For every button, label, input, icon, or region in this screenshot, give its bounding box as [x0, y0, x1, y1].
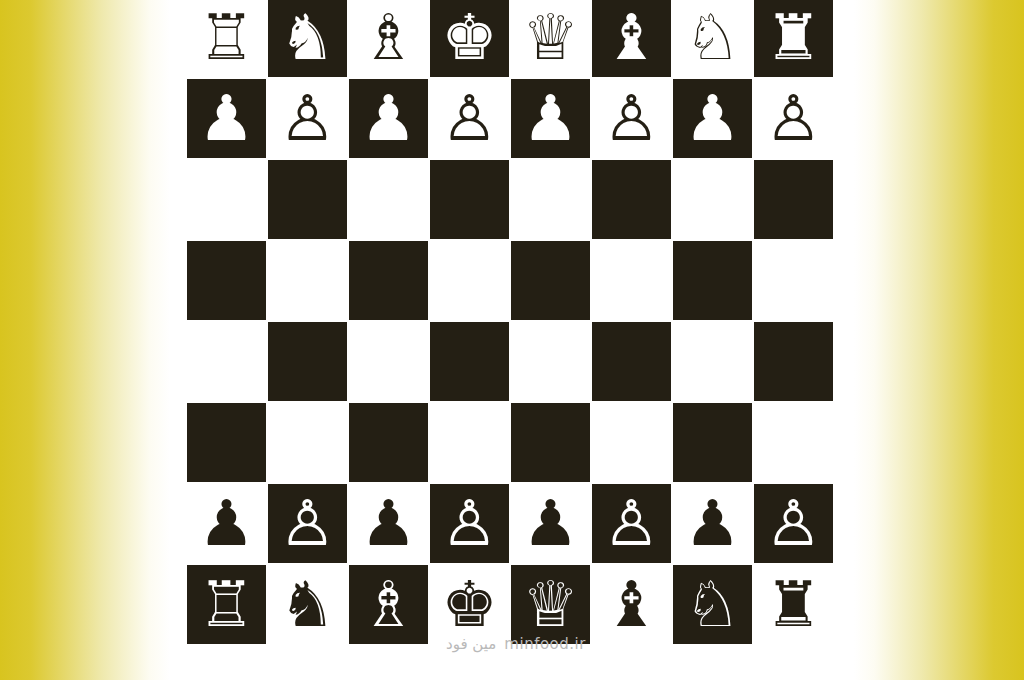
square-a5	[186, 240, 267, 321]
square-b6	[267, 159, 348, 240]
square-a4	[186, 321, 267, 402]
square-a2: ♟	[186, 483, 267, 564]
square-c8: ♗	[348, 0, 429, 78]
watermark: مین فود minfood.ir	[446, 635, 586, 653]
square-g3	[672, 402, 753, 483]
square-e6	[510, 159, 591, 240]
white-pawn: ♟	[198, 78, 254, 159]
square-h6	[753, 159, 834, 240]
square-f2: ♙	[591, 483, 672, 564]
square-h8: ♜	[753, 0, 834, 78]
black-pawn: ♟	[684, 483, 740, 564]
square-d5	[429, 240, 510, 321]
black-pawn: ♙	[603, 483, 659, 564]
right-yellow-gradient-band	[854, 0, 1024, 680]
black-bishop: ♝	[603, 564, 659, 645]
square-g8: ♘	[672, 0, 753, 78]
square-e2: ♟	[510, 483, 591, 564]
square-f4	[591, 321, 672, 402]
white-knight: ♞	[279, 0, 335, 78]
square-b3	[267, 402, 348, 483]
white-king: ♚	[441, 0, 497, 78]
square-g4	[672, 321, 753, 402]
white-pawn: ♙	[441, 78, 497, 159]
square-f8: ♝	[591, 0, 672, 78]
square-a1: ♖	[186, 564, 267, 645]
square-h3	[753, 402, 834, 483]
square-d8: ♚	[429, 0, 510, 78]
black-pawn: ♙	[765, 483, 821, 564]
square-h5	[753, 240, 834, 321]
square-h7: ♙	[753, 78, 834, 159]
square-a7: ♟	[186, 78, 267, 159]
white-pawn: ♙	[603, 78, 659, 159]
black-pawn: ♙	[279, 483, 335, 564]
black-rook: ♜	[765, 564, 821, 645]
white-pawn: ♙	[765, 78, 821, 159]
square-c6	[348, 159, 429, 240]
white-bishop: ♗	[360, 0, 416, 78]
square-g1: ♘	[672, 564, 753, 645]
square-f7: ♙	[591, 78, 672, 159]
square-c7: ♟	[348, 78, 429, 159]
white-pawn: ♟	[522, 78, 578, 159]
square-d4	[429, 321, 510, 402]
chess-board: ♖♞♗♚♕♝♘♜♟♙♟♙♟♙♟♙♟♙♟♙♟♙♟♙♖♞♗♚♕♝♘♜	[186, 0, 834, 645]
black-pawn: ♟	[360, 483, 416, 564]
square-h1: ♜	[753, 564, 834, 645]
square-e4	[510, 321, 591, 402]
square-g2: ♟	[672, 483, 753, 564]
square-g7: ♟	[672, 78, 753, 159]
square-f6	[591, 159, 672, 240]
square-d7: ♙	[429, 78, 510, 159]
square-f1: ♝	[591, 564, 672, 645]
black-pawn: ♟	[198, 483, 254, 564]
black-knight: ♞	[279, 564, 335, 645]
white-pawn: ♟	[684, 78, 740, 159]
white-queen: ♕	[522, 0, 578, 78]
square-c5	[348, 240, 429, 321]
square-a3	[186, 402, 267, 483]
white-knight: ♘	[684, 0, 740, 78]
square-h4	[753, 321, 834, 402]
square-g5	[672, 240, 753, 321]
black-knight: ♘	[684, 564, 740, 645]
black-pawn: ♙	[441, 483, 497, 564]
square-d3	[429, 402, 510, 483]
black-queen: ♕	[522, 564, 578, 645]
square-d6	[429, 159, 510, 240]
square-h2: ♙	[753, 483, 834, 564]
square-g6	[672, 159, 753, 240]
square-c1: ♗	[348, 564, 429, 645]
square-c4	[348, 321, 429, 402]
square-e7: ♟	[510, 78, 591, 159]
square-b5	[267, 240, 348, 321]
square-f3	[591, 402, 672, 483]
left-yellow-gradient-band	[0, 0, 170, 680]
square-b8: ♞	[267, 0, 348, 78]
square-f5	[591, 240, 672, 321]
black-pawn: ♟	[522, 483, 578, 564]
watermark-persian-text: مین فود	[446, 635, 496, 653]
square-b2: ♙	[267, 483, 348, 564]
square-d1: ♚	[429, 564, 510, 645]
white-bishop: ♝	[603, 0, 659, 78]
square-e1: ♕	[510, 564, 591, 645]
white-pawn: ♙	[279, 78, 335, 159]
white-rook: ♖	[198, 0, 254, 78]
watermark-site-text: minfood.ir	[504, 635, 586, 653]
square-e5	[510, 240, 591, 321]
black-rook: ♖	[198, 564, 254, 645]
square-a6	[186, 159, 267, 240]
square-e3	[510, 402, 591, 483]
square-c2: ♟	[348, 483, 429, 564]
black-king: ♚	[441, 564, 497, 645]
square-d2: ♙	[429, 483, 510, 564]
square-b7: ♙	[267, 78, 348, 159]
square-a8: ♖	[186, 0, 267, 78]
black-bishop: ♗	[360, 564, 416, 645]
square-e8: ♕	[510, 0, 591, 78]
white-pawn: ♟	[360, 78, 416, 159]
square-b4	[267, 321, 348, 402]
square-b1: ♞	[267, 564, 348, 645]
square-c3	[348, 402, 429, 483]
white-rook: ♜	[765, 0, 821, 78]
